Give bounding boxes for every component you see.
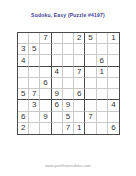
- cell-r2c1-given: 3: [18, 44, 29, 55]
- cell-r8c4-empty[interactable]: [52, 112, 63, 123]
- cell-r7c2-given: 3: [29, 100, 40, 111]
- cell-r4c7-empty[interactable]: [85, 67, 96, 78]
- cell-r1c1-empty[interactable]: [18, 33, 29, 44]
- cell-r6c9-empty[interactable]: [108, 89, 119, 100]
- cell-r3c4-empty[interactable]: [52, 55, 63, 66]
- cell-r4c4-given: 4: [52, 67, 63, 78]
- cell-r3c7-empty[interactable]: [85, 55, 96, 66]
- cell-r7c1-empty[interactable]: [18, 100, 29, 111]
- cell-r5c4-empty[interactable]: [52, 78, 63, 89]
- cell-r8c8-empty[interactable]: [97, 112, 108, 123]
- cell-r2c3-empty[interactable]: [40, 44, 51, 55]
- cell-r8c7-given: 7: [85, 112, 96, 123]
- page-title: Sudoku, Easy (Puzzle #4197): [0, 12, 136, 18]
- cell-r1c8-empty[interactable]: [97, 33, 108, 44]
- cell-r2c7-empty[interactable]: [85, 44, 96, 55]
- footer-url: www.printfreesudoku.com: [0, 163, 136, 168]
- cell-r7c7-empty[interactable]: [85, 100, 96, 111]
- cell-r7c8-empty[interactable]: [97, 100, 108, 111]
- cell-r3c2-empty[interactable]: [29, 55, 40, 66]
- cell-r6c8-empty[interactable]: [97, 89, 108, 100]
- cell-r7c4-given: 6: [52, 100, 63, 111]
- cell-r5c3-given: 6: [40, 78, 51, 89]
- cell-r9c3-empty[interactable]: [40, 123, 51, 134]
- cell-r5c9-empty[interactable]: [108, 78, 119, 89]
- cell-r4c6-given: 7: [74, 67, 85, 78]
- cell-r5c5-empty[interactable]: [63, 78, 74, 89]
- cell-r9c6-given: 1: [74, 123, 85, 134]
- cell-r5c8-empty[interactable]: [97, 78, 108, 89]
- cell-r1c3-given: 7: [40, 33, 51, 44]
- cell-r2c6-empty[interactable]: [74, 44, 85, 55]
- cell-r7c6-empty[interactable]: [74, 100, 85, 111]
- cell-r3c3-empty[interactable]: [40, 55, 51, 66]
- cell-r7c9-given: 4: [108, 100, 119, 111]
- cell-r1c4-empty[interactable]: [52, 33, 63, 44]
- cell-r9c7-empty[interactable]: [85, 123, 96, 134]
- cell-r6c7-empty[interactable]: [85, 89, 96, 100]
- cell-r2c9-empty[interactable]: [108, 44, 119, 55]
- cell-r4c3-empty[interactable]: [40, 67, 51, 78]
- cell-r8c6-empty[interactable]: [74, 112, 85, 123]
- cell-r4c2-empty[interactable]: [29, 67, 40, 78]
- cell-r8c5-given: 5: [63, 112, 74, 123]
- cell-r4c5-empty[interactable]: [63, 67, 74, 78]
- cell-r6c4-given: 9: [52, 89, 63, 100]
- cell-r6c1-given: 5: [18, 89, 29, 100]
- cell-r9c5-given: 7: [63, 123, 74, 134]
- cell-r8c2-empty[interactable]: [29, 112, 40, 123]
- cell-r5c2-empty[interactable]: [29, 78, 40, 89]
- cell-r1c6-given: 2: [74, 33, 85, 44]
- cell-r9c9-given: 6: [108, 123, 119, 134]
- cell-r9c4-empty[interactable]: [52, 123, 63, 134]
- cell-r3c5-empty[interactable]: [63, 55, 74, 66]
- cell-r6c6-given: 6: [74, 89, 85, 100]
- cell-r8c9-empty[interactable]: [108, 112, 119, 123]
- cell-r4c1-empty[interactable]: [18, 67, 29, 78]
- cell-r5c6-empty[interactable]: [74, 78, 85, 89]
- cell-r8c1-given: 6: [18, 112, 29, 123]
- cell-r1c9-given: 1: [108, 33, 119, 44]
- cell-r5c7-empty[interactable]: [85, 78, 96, 89]
- cell-r9c8-empty[interactable]: [97, 123, 108, 134]
- cell-r1c2-empty[interactable]: [29, 33, 40, 44]
- cell-r4c9-empty[interactable]: [108, 67, 119, 78]
- cell-r3c6-empty[interactable]: [74, 55, 85, 66]
- cell-r8c3-given: 9: [40, 112, 51, 123]
- cell-r6c5-empty[interactable]: [63, 89, 74, 100]
- cell-r3c1-given: 4: [18, 55, 29, 66]
- cell-r2c4-empty[interactable]: [52, 44, 63, 55]
- cell-r1c7-given: 5: [85, 33, 96, 44]
- cell-r3c9-empty[interactable]: [108, 55, 119, 66]
- cell-r9c2-empty[interactable]: [29, 123, 40, 134]
- cell-r5c1-empty[interactable]: [18, 78, 29, 89]
- sudoku-board: 7251354647165796369469572716: [17, 32, 120, 135]
- cell-r6c3-empty[interactable]: [40, 89, 51, 100]
- cell-r2c8-empty[interactable]: [97, 44, 108, 55]
- cell-r2c2-given: 5: [29, 44, 40, 55]
- cell-r7c3-empty[interactable]: [40, 100, 51, 111]
- sudoku-page: Sudoku, Easy (Puzzle #4197) 725135464716…: [0, 0, 136, 176]
- cell-r6c2-given: 7: [29, 89, 40, 100]
- cell-r3c8-given: 6: [97, 55, 108, 66]
- cell-r7c5-given: 9: [63, 100, 74, 111]
- cell-r1c5-empty[interactable]: [63, 33, 74, 44]
- cell-r9c1-given: 2: [18, 123, 29, 134]
- cell-r2c5-empty[interactable]: [63, 44, 74, 55]
- cell-r4c8-given: 1: [97, 67, 108, 78]
